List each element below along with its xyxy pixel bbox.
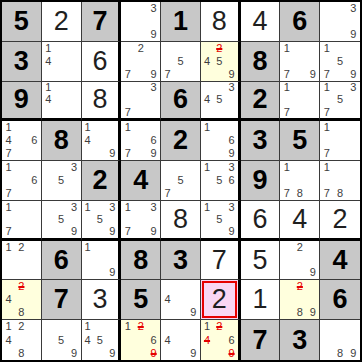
candidate-mark: 9 (306, 68, 319, 81)
candidate-mark: 8 (333, 187, 346, 200)
candidate-mark: 1 (2, 241, 15, 254)
candidate-mark: 5 (55, 333, 68, 346)
pencil-marks: 12469 (201, 320, 238, 360)
cell-r8c5[interactable]: 49 (161, 280, 201, 320)
cell-r6c8[interactable]: 4 (280, 201, 320, 241)
pencil-marks: 248 (2, 280, 41, 319)
cell-r7c6[interactable]: 7 (201, 241, 241, 281)
candidate-mark: 6 (147, 333, 160, 346)
pencil-marks: 289 (280, 280, 319, 319)
cell-r9c5[interactable]: 49 (161, 320, 201, 360)
cell-r5c9[interactable]: 178 (320, 161, 360, 201)
solved-digit: 8 (92, 86, 107, 113)
candidate-mark: 9 (306, 306, 319, 319)
struck-candidate-mark: 9 (147, 347, 160, 360)
cell-r9c7[interactable]: 7 (241, 320, 281, 360)
cell-r7c4[interactable]: 8 (121, 241, 161, 281)
cell-r2c7[interactable]: 8 (241, 42, 281, 82)
solved-digit: 5 (253, 247, 268, 274)
candidate-mark: 6 (147, 134, 160, 147)
cell-r9c1[interactable]: 1248 (2, 320, 42, 360)
struck-candidate-mark: 4 (201, 333, 213, 346)
candidate-mark: 1 (2, 161, 15, 174)
given-digit: 1 (173, 8, 188, 35)
cell-r2c8[interactable]: 179 (280, 42, 320, 82)
cell-r1c4[interactable]: 39 (121, 2, 161, 42)
candidate-mark: 1 (2, 320, 15, 333)
candidate-mark: 8 (333, 347, 346, 360)
pencil-marks: 2459 (201, 42, 238, 81)
candidate-mark: 9 (147, 28, 160, 41)
candidate-mark: 4 (2, 134, 15, 147)
candidate-mark: 3 (68, 201, 81, 213)
candidate-mark: 5 (55, 213, 68, 225)
cell-r8c2[interactable]: 7 (42, 280, 82, 320)
solved-digit: 8 (212, 8, 227, 35)
given-digit: 9 (253, 167, 268, 194)
candidate-mark: 4 (42, 94, 55, 106)
candidate-mark: 1 (82, 241, 94, 254)
given-digit: 5 (133, 286, 148, 313)
candidate-mark: 9 (187, 306, 200, 319)
given-digit: 5 (292, 127, 307, 154)
cell-r9c4[interactable]: 1269 (121, 320, 161, 360)
candidate-mark: 1 (82, 121, 94, 134)
struck-candidate-mark: 2 (213, 320, 225, 333)
cell-r1c6[interactable]: 8 (201, 2, 241, 42)
cell-r5c8[interactable]: 178 (280, 161, 320, 201)
cell-r3c7[interactable]: 2 (241, 82, 281, 122)
cell-r4c2[interactable]: 8 (42, 121, 82, 161)
candidate-mark: 9 (147, 225, 160, 237)
candidate-mark: 6 (28, 134, 41, 147)
candidate-mark: 3 (225, 161, 237, 174)
candidate-mark: 1 (42, 42, 55, 55)
candidate-mark: 1 (320, 42, 333, 55)
candidate-mark: 9 (347, 28, 360, 41)
candidate-mark: 1 (2, 201, 15, 213)
solved-digit: 7 (212, 247, 227, 274)
cell-r1c7[interactable]: 4 (241, 2, 281, 42)
solved-digit: 1 (253, 286, 268, 313)
candidate-mark: 9 (306, 267, 319, 280)
cell-r7c1[interactable]: 12 (2, 241, 42, 281)
pencil-marks: 1356 (201, 161, 238, 200)
candidate-mark: 8 (15, 306, 28, 319)
pencil-marks: 89 (320, 320, 360, 360)
candidate-mark: 6 (225, 134, 237, 147)
cell-r2c5[interactable]: 57 (161, 42, 201, 82)
cell-r8c9[interactable]: 6 (320, 280, 360, 320)
candidate-mark: 8 (15, 347, 28, 360)
cell-r3c3[interactable]: 8 (82, 82, 122, 122)
candidate-mark: 4 (161, 333, 174, 346)
candidate-mark: 3 (147, 2, 160, 15)
candidate-mark: 1 (320, 161, 333, 174)
candidate-mark: 1 (280, 161, 293, 174)
candidate-mark: 4 (42, 55, 55, 68)
candidate-mark: 7 (280, 187, 293, 200)
candidate-mark: 1 (280, 82, 293, 94)
candidate-mark: 7 (121, 106, 134, 118)
pencil-marks: 1359 (201, 201, 238, 238)
candidate-mark: 3 (106, 201, 118, 213)
pencil-marks: 17 (280, 82, 319, 119)
candidate-mark: 8 (293, 306, 306, 319)
pencil-marks: 57 (161, 42, 200, 81)
pencil-marks: 39 (320, 2, 360, 41)
pencil-marks: 57 (161, 161, 200, 200)
cell-r4c9[interactable]: 17 (320, 121, 360, 161)
candidate-mark: 6 (225, 174, 237, 187)
candidate-mark: 9 (106, 147, 118, 160)
cell-r7c8[interactable]: 29 (280, 241, 320, 281)
given-digit: 6 (333, 286, 348, 313)
candidate-mark: 7 (2, 225, 15, 237)
given-digit: 3 (173, 247, 188, 274)
cell-r9c3[interactable]: 1459 (82, 320, 122, 360)
cell-r9c6[interactable]: 12469 (201, 320, 241, 360)
given-digit: 6 (292, 8, 307, 35)
cell-r8c8[interactable]: 289 (280, 280, 320, 320)
candidate-mark: 3 (147, 82, 160, 94)
cell-r3c6[interactable]: 345 (201, 82, 241, 122)
cell-r2c9[interactable]: 1579 (320, 42, 360, 82)
candidate-mark: 1 (121, 320, 134, 333)
candidate-mark: 7 (161, 68, 174, 81)
pencil-marks: 49 (161, 280, 200, 319)
candidate-mark: 3 (347, 82, 360, 94)
candidate-mark: 9 (68, 225, 81, 237)
candidate-mark: 5 (333, 94, 346, 106)
cell-r3c4[interactable]: 37 (121, 82, 161, 122)
candidate-mark: 9 (147, 147, 160, 160)
cell-r6c7[interactable]: 6 (241, 201, 281, 241)
candidate-mark: 1 (121, 121, 134, 134)
candidate-mark: 9 (106, 225, 118, 237)
candidate-mark: 9 (225, 225, 237, 237)
cell-r6c2[interactable]: 359 (42, 201, 82, 241)
cell-r6c5[interactable]: 8 (161, 201, 201, 241)
candidate-mark: 4 (2, 293, 15, 306)
cell-r7c5[interactable]: 3 (161, 241, 201, 281)
cell-r4c5[interactable]: 2 (161, 121, 201, 161)
solved-digit: 8 (173, 206, 188, 233)
candidate-mark: 1 (42, 82, 55, 94)
candidate-mark: 1 (82, 320, 94, 333)
cell-r5c1[interactable]: 167 (2, 161, 42, 201)
cell-r5c3[interactable]: 2 (82, 161, 122, 201)
pencil-marks: 19 (82, 241, 119, 280)
cell-r5c2[interactable]: 35 (42, 161, 82, 201)
pencil-marks: 39 (121, 2, 160, 41)
candidate-mark: 7 (2, 147, 15, 160)
candidate-mark: 2 (134, 42, 147, 55)
given-digit: 8 (133, 247, 148, 274)
candidate-mark: 6 (225, 333, 237, 346)
candidate-mark: 6 (28, 174, 41, 187)
pencil-marks: 17 (2, 201, 41, 238)
given-digit: 5 (14, 8, 29, 35)
candidate-mark: 1 (201, 121, 213, 134)
given-digit: 3 (14, 48, 29, 75)
pencil-marks: 1248 (2, 320, 41, 360)
pencil-marks: 1269 (121, 320, 160, 360)
candidate-mark: 5 (213, 94, 225, 106)
pencil-marks: 1679 (121, 121, 160, 160)
cell-r6c4[interactable]: 1379 (121, 201, 161, 241)
pencil-marks: 12 (2, 241, 41, 280)
candidate-mark: 1 (82, 201, 94, 213)
candidate-mark: 7 (320, 187, 333, 200)
cell-r6c6[interactable]: 1359 (201, 201, 241, 241)
candidate-mark: 7 (121, 147, 134, 160)
pencil-marks: 279 (121, 42, 160, 81)
candidate-mark: 2 (15, 320, 28, 333)
cell-r7c9[interactable]: 4 (320, 241, 360, 281)
cell-r2c6[interactable]: 2459 (201, 42, 241, 82)
given-digit: 9 (14, 86, 29, 113)
candidate-mark: 9 (106, 267, 118, 280)
candidate-mark: 1 (201, 161, 213, 174)
candidate-mark: 9 (68, 347, 81, 360)
candidate-mark: 9 (187, 347, 200, 360)
candidate-mark: 1 (201, 201, 213, 213)
cell-r8c4[interactable]: 5 (121, 280, 161, 320)
cell-r4c4[interactable]: 1679 (121, 121, 161, 161)
candidate-mark: 4 (201, 94, 213, 106)
selected-cell[interactable]: 2 (201, 280, 241, 320)
candidate-mark: 5 (174, 55, 187, 68)
pencil-marks: 29 (280, 241, 319, 280)
given-digit: 3 (253, 127, 268, 154)
pencil-marks: 59 (42, 320, 81, 360)
candidate-mark: 7 (121, 225, 134, 237)
pencil-marks: 359 (42, 201, 81, 238)
given-digit: 2 (173, 127, 188, 154)
pencil-marks: 1459 (82, 320, 119, 360)
given-digit: 6 (173, 86, 188, 113)
cell-r9c9[interactable]: 89 (320, 320, 360, 360)
candidate-mark: 2 (15, 241, 28, 254)
candidate-mark: 7 (121, 68, 134, 81)
struck-candidate-mark: 9 (225, 347, 237, 360)
candidate-mark: 7 (320, 68, 333, 81)
candidate-mark: 7 (320, 147, 333, 160)
cell-r5c7[interactable]: 9 (241, 161, 281, 201)
pencil-marks: 178 (320, 161, 360, 200)
solved-digit: 3 (92, 286, 107, 313)
candidate-mark: 4 (201, 55, 213, 68)
solved-digit: 2 (212, 286, 227, 313)
candidate-mark: 5 (94, 213, 106, 225)
pencil-marks: 1379 (121, 201, 160, 238)
cell-r7c7[interactable]: 5 (241, 241, 281, 281)
solved-digit: 4 (292, 206, 307, 233)
cell-r2c1[interactable]: 3 (2, 42, 42, 82)
candidate-mark: 7 (161, 187, 174, 200)
pencil-marks: 1467 (2, 121, 41, 160)
given-digit: 4 (333, 247, 348, 274)
given-digit: 6 (54, 247, 69, 274)
cell-r3c1[interactable]: 9 (2, 82, 42, 122)
cell-r5c5[interactable]: 57 (161, 161, 201, 201)
candidate-mark: 9 (225, 68, 237, 81)
given-digit: 8 (54, 127, 69, 154)
struck-candidate-mark: 2 (293, 280, 306, 293)
pencil-marks: 169 (201, 121, 238, 160)
cell-r3c5[interactable]: 6 (161, 82, 201, 122)
candidate-mark: 5 (213, 55, 225, 68)
candidate-mark: 9 (106, 347, 118, 360)
candidate-mark: 5 (213, 213, 225, 225)
pencil-marks: 149 (82, 121, 119, 160)
cell-r1c1[interactable]: 5 (2, 2, 42, 42)
pencil-marks: 178 (280, 161, 319, 200)
candidate-mark: 5 (213, 174, 225, 187)
cell-r1c2[interactable]: 2 (42, 2, 82, 42)
solved-digit: 2 (333, 206, 348, 233)
candidate-mark: 2 (293, 241, 306, 254)
pencil-marks: 1579 (320, 42, 360, 81)
cell-r2c3[interactable]: 6 (82, 42, 122, 82)
cell-r2c2[interactable]: 14 (42, 42, 82, 82)
candidate-mark: 5 (333, 55, 346, 68)
candidate-mark: 1 (201, 320, 213, 333)
solved-digit: 6 (92, 48, 107, 75)
given-digit: 2 (253, 86, 268, 113)
cell-r5c4[interactable]: 4 (121, 161, 161, 201)
cell-r6c9[interactable]: 2 (320, 201, 360, 241)
candidate-mark: 1 (2, 121, 15, 134)
cell-r7c2[interactable]: 6 (42, 241, 82, 281)
candidate-mark: 1 (280, 42, 293, 55)
candidate-mark: 4 (82, 333, 94, 346)
pencil-marks: 1357 (320, 82, 360, 119)
cell-r4c8[interactable]: 5 (280, 121, 320, 161)
candidate-mark: 4 (161, 293, 174, 306)
cell-r1c3[interactable]: 7 (82, 2, 122, 42)
cell-r8c3[interactable]: 3 (82, 280, 122, 320)
cell-r3c8[interactable]: 17 (280, 82, 320, 122)
candidate-mark: 5 (55, 174, 68, 187)
candidate-mark: 7 (280, 68, 293, 81)
cell-r5c6[interactable]: 1356 (201, 161, 241, 201)
candidate-mark: 3 (225, 82, 237, 94)
pencil-marks: 14 (42, 82, 81, 119)
pencil-marks: 179 (280, 42, 319, 81)
cell-r3c9[interactable]: 1357 (320, 82, 360, 122)
pencil-marks: 345 (201, 82, 238, 119)
given-digit: 7 (54, 286, 69, 313)
given-digit: 4 (133, 167, 148, 194)
candidate-mark: 7 (320, 106, 333, 118)
pencil-marks: 14 (42, 42, 81, 81)
cell-r1c9[interactable]: 39 (320, 2, 360, 42)
candidate-mark: 4 (82, 134, 94, 147)
cell-r4c1[interactable]: 1467 (2, 121, 42, 161)
candidate-mark: 1 (320, 82, 333, 94)
candidate-mark: 3 (347, 2, 360, 15)
cell-r8c1[interactable]: 248 (2, 280, 42, 320)
given-digit: 7 (253, 327, 268, 354)
struck-candidate-mark: 2 (213, 42, 225, 55)
candidate-mark: 9 (147, 68, 160, 81)
candidate-mark: 7 (2, 187, 15, 200)
candidate-mark: 1 (320, 121, 333, 134)
solved-digit: 2 (54, 8, 69, 35)
cell-r2c4[interactable]: 279 (121, 42, 161, 82)
candidate-mark: 3 (147, 201, 160, 213)
solved-digit: 6 (253, 206, 268, 233)
pencil-marks: 37 (121, 82, 160, 119)
cell-r7c3[interactable]: 19 (82, 241, 122, 281)
given-digit: 2 (92, 167, 107, 194)
cell-r4c6[interactable]: 169 (201, 121, 241, 161)
candidate-mark: 4 (2, 333, 15, 346)
cell-r4c3[interactable]: 149 (82, 121, 122, 161)
candidate-mark: 9 (347, 347, 360, 360)
candidate-mark: 9 (225, 147, 237, 160)
pencil-marks: 1359 (82, 201, 119, 238)
given-digit: 3 (292, 327, 307, 354)
struck-candidate-mark: 2 (15, 280, 28, 293)
pencil-marks: 17 (320, 121, 360, 160)
candidate-mark: 5 (174, 174, 187, 187)
cell-r6c1[interactable]: 17 (2, 201, 42, 241)
sudoku-board: 5273918463931462795724598179157991483763… (0, 0, 362, 362)
pencil-marks: 167 (2, 161, 41, 200)
cell-r8c7[interactable]: 1 (241, 280, 281, 320)
given-digit: 8 (253, 48, 268, 75)
cell-r6c3[interactable]: 1359 (82, 201, 122, 241)
candidate-mark: 1 (121, 201, 134, 213)
pencil-marks: 49 (161, 320, 200, 360)
candidate-mark: 9 (347, 68, 360, 81)
candidate-mark: 3 (68, 161, 81, 174)
cell-r9c8[interactable]: 3 (280, 320, 320, 360)
given-digit: 7 (92, 8, 107, 35)
cell-r1c5[interactable]: 1 (161, 2, 201, 42)
candidate-mark: 8 (293, 187, 306, 200)
cell-r3c2[interactable]: 14 (42, 82, 82, 122)
candidate-mark: 3 (225, 201, 237, 213)
cell-r9c2[interactable]: 59 (42, 320, 82, 360)
candidate-mark: 7 (280, 106, 293, 118)
cell-r4c7[interactable]: 3 (241, 121, 281, 161)
candidate-mark: 5 (94, 333, 106, 346)
struck-candidate-mark: 2 (134, 320, 147, 333)
solved-digit: 4 (253, 8, 268, 35)
cell-r1c8[interactable]: 6 (280, 2, 320, 42)
pencil-marks: 35 (42, 161, 81, 200)
